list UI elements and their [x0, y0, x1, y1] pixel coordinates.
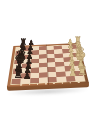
board-square	[30, 78, 39, 84]
board-square	[39, 77, 48, 83]
board-square	[74, 76, 84, 82]
chess-board	[7, 43, 89, 87]
chess-set-product-photo: ♜♞♝♛♚♝♞♜♟♟♟♟♟♟♟♟♟♟♟♟♟♟♟♟♜♞♝♛♚♝♞♜	[0, 0, 95, 126]
board-scene	[7, 37, 89, 85]
board-square	[21, 78, 30, 84]
